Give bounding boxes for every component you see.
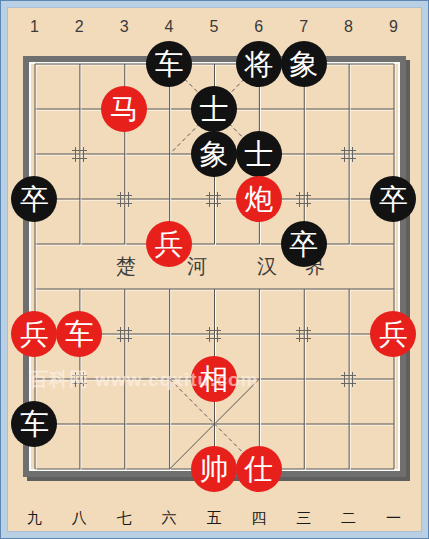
point-marker xyxy=(296,192,311,207)
piece-red-仕[interactable]: 仕 xyxy=(236,446,282,492)
piece-red-兵[interactable]: 兵 xyxy=(11,311,57,357)
piece-black-象[interactable]: 象 xyxy=(281,41,327,87)
piece-black-象[interactable]: 象 xyxy=(191,131,237,177)
board[interactable]: 车将象马士象士卒炮卒兵卒兵车兵相车帅仕 xyxy=(12,42,416,492)
point-marker xyxy=(117,192,132,207)
point-marker xyxy=(296,327,311,342)
piece-black-卒[interactable]: 卒 xyxy=(370,176,416,222)
point-marker xyxy=(341,147,356,162)
piece-black-卒[interactable]: 卒 xyxy=(11,176,57,222)
point-marker xyxy=(72,372,87,387)
point-marker xyxy=(206,192,221,207)
piece-black-车[interactable]: 车 xyxy=(11,401,57,447)
piece-black-将[interactable]: 将 xyxy=(236,41,282,87)
point-marker xyxy=(341,372,356,387)
piece-red-兵[interactable]: 兵 xyxy=(146,221,192,267)
piece-red-兵[interactable]: 兵 xyxy=(370,311,416,357)
piece-black-卒[interactable]: 卒 xyxy=(281,221,327,267)
piece-red-帅[interactable]: 帅 xyxy=(191,446,237,492)
piece-red-炮[interactable]: 炮 xyxy=(236,176,282,222)
piece-black-士[interactable]: 士 xyxy=(236,131,282,177)
board-background: 123456789 楚河汉界 车将象马士象士卒炮卒兵卒兵车兵相车帅仕 百科网 w… xyxy=(7,7,422,532)
piece-black-车[interactable]: 车 xyxy=(146,41,192,87)
piece-red-马[interactable]: 马 xyxy=(101,86,147,132)
piece-red-车[interactable]: 车 xyxy=(56,311,102,357)
window: 123456789 楚河汉界 车将象马士象士卒炮卒兵卒兵车兵相车帅仕 百科网 w… xyxy=(0,0,429,539)
point-marker xyxy=(117,327,132,342)
piece-black-士[interactable]: 士 xyxy=(191,86,237,132)
point-marker xyxy=(72,147,87,162)
point-marker xyxy=(206,327,221,342)
piece-red-相[interactable]: 相 xyxy=(191,356,237,402)
